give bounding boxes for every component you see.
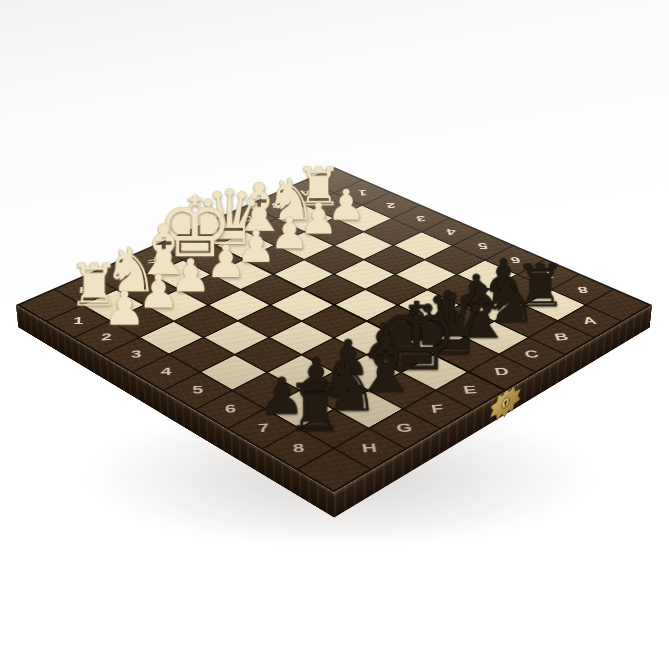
frame-label-cell: 8 [553, 275, 612, 304]
coordinate-label: H [63, 278, 107, 300]
coordinate-label: 1 [55, 309, 100, 333]
square-h8: ♜ [300, 410, 367, 448]
square-c2: ♟ [276, 232, 333, 259]
coordinate-label: 2 [83, 325, 128, 350]
frame-label-cell: 6 [486, 246, 544, 274]
square-c7: ♟ [432, 306, 493, 337]
photo-scene: 12345678A♜♟♟♜AB♞♟♟♞BC♝♟♟♝CD♛♟♟♛DE♚♟♟♚EF♝… [0, 0, 669, 669]
coordinate-label: 4 [143, 359, 189, 385]
coordinate-label: F [132, 249, 173, 270]
square-b3 [335, 232, 392, 259]
frame-label-cell: 2 [75, 322, 137, 354]
coordinate-label: 6 [492, 249, 539, 270]
